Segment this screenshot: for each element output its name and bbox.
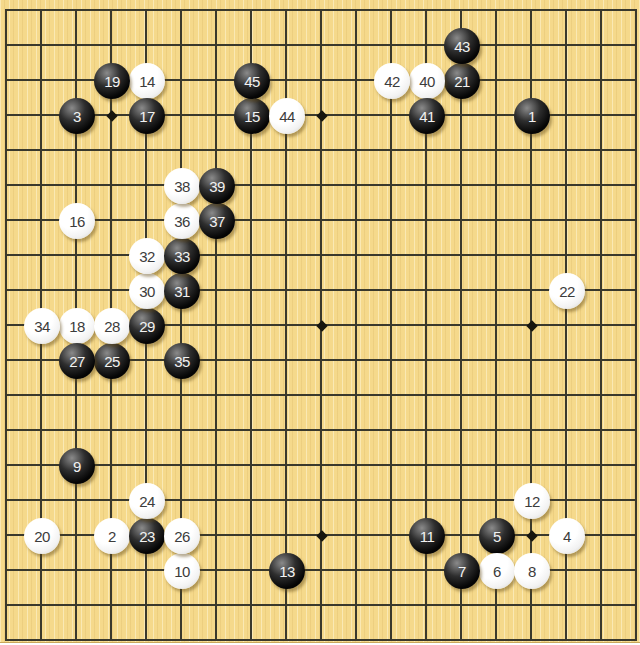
stone-move-number: 12 (524, 493, 540, 510)
go-stone-white-22: 22 (549, 273, 585, 309)
hoshi-star-point (526, 530, 537, 541)
stone-move-number: 25 (104, 353, 120, 370)
go-stone-white-10: 10 (164, 553, 200, 589)
go-stone-white-8: 8 (514, 553, 550, 589)
stone-move-number: 31 (174, 283, 190, 300)
stone-move-number: 32 (139, 248, 155, 265)
stone-move-number: 14 (139, 73, 155, 90)
go-stone-white-42: 42 (374, 63, 410, 99)
stone-move-number: 4 (563, 528, 571, 545)
go-stone-white-14: 14 (129, 63, 165, 99)
go-stone-black-19: 19 (94, 63, 130, 99)
stone-move-number: 20 (34, 528, 50, 545)
go-stone-white-4: 4 (549, 518, 585, 554)
stone-move-number: 17 (139, 108, 155, 125)
go-stone-white-34: 34 (24, 308, 60, 344)
go-board: 1234567891011121314151617181920212223242… (0, 0, 640, 643)
go-stone-black-1: 1 (514, 98, 550, 134)
go-stone-white-6: 6 (479, 553, 515, 589)
go-stone-white-38: 38 (164, 168, 200, 204)
stone-move-number: 5 (493, 528, 501, 545)
stone-move-number: 36 (174, 213, 190, 230)
go-stone-white-24: 24 (129, 483, 165, 519)
go-stone-black-17: 17 (129, 98, 165, 134)
stone-move-number: 35 (174, 353, 190, 370)
go-stone-black-29: 29 (129, 308, 165, 344)
go-stone-white-26: 26 (164, 518, 200, 554)
go-stone-black-35: 35 (164, 343, 200, 379)
go-stone-black-9: 9 (59, 448, 95, 484)
go-stone-black-39: 39 (199, 168, 235, 204)
go-stone-white-12: 12 (514, 483, 550, 519)
go-stone-black-11: 11 (409, 518, 445, 554)
hoshi-star-point (106, 110, 117, 121)
stone-move-number: 18 (69, 318, 85, 335)
stone-move-number: 8 (528, 563, 536, 580)
go-stone-black-45: 45 (234, 63, 270, 99)
go-stone-white-28: 28 (94, 308, 130, 344)
stone-move-number: 15 (244, 108, 260, 125)
stone-move-number: 24 (139, 493, 155, 510)
stone-move-number: 34 (34, 318, 50, 335)
stone-move-number: 19 (104, 73, 120, 90)
stone-move-number: 42 (384, 73, 400, 90)
stone-move-number: 11 (420, 528, 435, 545)
stone-move-number: 38 (174, 178, 190, 195)
go-stone-black-25: 25 (94, 343, 130, 379)
stone-move-number: 33 (174, 248, 190, 265)
stone-move-number: 16 (69, 213, 85, 230)
stone-move-number: 40 (419, 73, 435, 90)
stone-move-number: 44 (279, 108, 295, 125)
go-stone-black-27: 27 (59, 343, 95, 379)
stone-move-number: 30 (139, 283, 155, 300)
stone-move-number: 10 (174, 563, 190, 580)
go-stone-white-20: 20 (24, 518, 60, 554)
hoshi-star-point (316, 110, 327, 121)
stone-move-number: 1 (528, 108, 536, 125)
go-stone-black-43: 43 (444, 28, 480, 64)
stone-move-number: 7 (458, 563, 466, 580)
stone-move-number: 13 (279, 563, 295, 580)
go-stone-black-33: 33 (164, 238, 200, 274)
stone-move-number: 45 (244, 73, 260, 90)
go-stone-white-18: 18 (59, 308, 95, 344)
go-stone-black-7: 7 (444, 553, 480, 589)
go-stone-white-32: 32 (129, 238, 165, 274)
go-stone-white-40: 40 (409, 63, 445, 99)
go-stone-black-3: 3 (59, 98, 95, 134)
stone-move-number: 41 (419, 108, 435, 125)
go-stone-black-23: 23 (129, 518, 165, 554)
go-stone-black-21: 21 (444, 63, 480, 99)
go-stone-white-16: 16 (59, 203, 95, 239)
stone-move-number: 23 (139, 528, 155, 545)
go-stone-black-37: 37 (199, 203, 235, 239)
stone-move-number: 9 (73, 458, 81, 475)
stone-move-number: 6 (493, 563, 501, 580)
go-stone-white-44: 44 (269, 98, 305, 134)
go-stone-black-13: 13 (269, 553, 305, 589)
stone-move-number: 22 (559, 283, 575, 300)
stone-move-number: 2 (108, 528, 116, 545)
stone-move-number: 37 (209, 213, 225, 230)
go-stone-white-30: 30 (129, 273, 165, 309)
stone-move-number: 29 (139, 318, 155, 335)
hoshi-star-point (316, 320, 327, 331)
hoshi-star-point (316, 530, 327, 541)
go-stone-white-36: 36 (164, 203, 200, 239)
go-stone-black-31: 31 (164, 273, 200, 309)
stone-move-number: 27 (69, 353, 85, 370)
go-stone-black-15: 15 (234, 98, 270, 134)
stone-move-number: 26 (174, 528, 190, 545)
go-stone-white-2: 2 (94, 518, 130, 554)
hoshi-star-point (526, 320, 537, 331)
stone-move-number: 43 (454, 38, 470, 55)
stone-move-number: 39 (209, 178, 225, 195)
go-stone-black-41: 41 (409, 98, 445, 134)
go-stone-black-5: 5 (479, 518, 515, 554)
stone-move-number: 28 (104, 318, 120, 335)
stone-move-number: 21 (454, 73, 470, 90)
stone-move-number: 3 (73, 108, 81, 125)
